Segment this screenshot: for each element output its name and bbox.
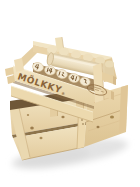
wood-knot	[110, 115, 114, 118]
tab-end-grain	[111, 91, 114, 100]
tab-end-grain	[113, 76, 116, 85]
numbered-pin-top	[105, 60, 114, 75]
wood-knot	[97, 126, 100, 128]
wood-knot	[61, 116, 64, 119]
wood-knot	[40, 137, 43, 139]
screw-dot	[81, 119, 83, 121]
product-photo: MÖLKKY ®	[0, 0, 140, 187]
molkky-crate-scene: MÖLKKY ®	[0, 0, 140, 187]
wood-knot	[30, 127, 34, 130]
screw-dot	[82, 123, 84, 125]
wood-knot	[27, 114, 29, 116]
